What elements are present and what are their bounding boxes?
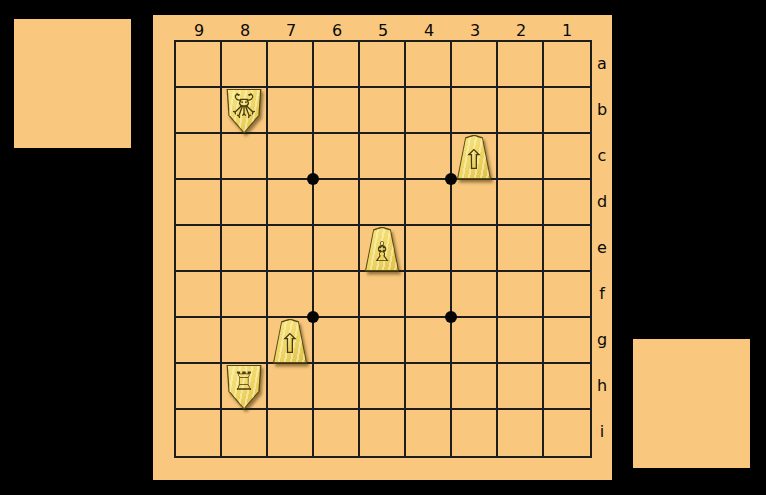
square-4b[interactable] xyxy=(406,88,452,134)
square-6f[interactable] xyxy=(314,272,360,318)
rank-label-e: e xyxy=(592,226,612,272)
square-4g[interactable] xyxy=(406,318,452,364)
shogi-board: 987654321 abcdefghi ⇧♗⇧♖ xyxy=(153,15,612,480)
square-2e[interactable] xyxy=(498,226,544,272)
shogi-diagram: 987654321 abcdefghi ⇧♗⇧♖ xyxy=(0,0,766,495)
rank-label-c: c xyxy=(592,134,612,180)
square-9c[interactable] xyxy=(176,134,222,180)
piece-bishop-5e[interactable]: ♗ xyxy=(363,227,401,272)
square-2b[interactable] xyxy=(498,88,544,134)
square-1e[interactable] xyxy=(544,226,590,272)
square-2f[interactable] xyxy=(498,272,544,318)
square-5g[interactable] xyxy=(360,318,406,364)
pawn-glyph: ⇧ xyxy=(455,135,493,180)
square-6h[interactable] xyxy=(314,364,360,410)
square-8i[interactable] xyxy=(222,410,268,456)
square-2d[interactable] xyxy=(498,180,544,226)
board-grid: ⇧♗⇧♖ xyxy=(174,40,592,458)
square-7b[interactable] xyxy=(268,88,314,134)
square-1c[interactable] xyxy=(544,134,590,180)
piece-pawn-7g[interactable]: ⇧ xyxy=(271,319,309,364)
square-9f[interactable] xyxy=(176,272,222,318)
rank-labels: abcdefghi xyxy=(592,42,612,456)
square-9g[interactable] xyxy=(176,318,222,364)
square-7d[interactable] xyxy=(268,180,314,226)
dragon-glyph xyxy=(225,89,263,134)
square-5f[interactable] xyxy=(360,272,406,318)
square-8e[interactable] xyxy=(222,226,268,272)
square-6e[interactable] xyxy=(314,226,360,272)
square-8g[interactable] xyxy=(222,318,268,364)
square-9i[interactable] xyxy=(176,410,222,456)
rank-label-d: d xyxy=(592,180,612,226)
square-3d[interactable] xyxy=(452,180,498,226)
bishop-glyph: ♗ xyxy=(363,227,401,272)
square-6g[interactable] xyxy=(314,318,360,364)
rank-label-g: g xyxy=(592,318,612,364)
square-3e[interactable] xyxy=(452,226,498,272)
rank-label-b: b xyxy=(592,88,612,134)
square-8f[interactable] xyxy=(222,272,268,318)
square-9b[interactable] xyxy=(176,88,222,134)
square-2i[interactable] xyxy=(498,410,544,456)
square-7h[interactable] xyxy=(268,364,314,410)
square-4a[interactable] xyxy=(406,42,452,88)
square-4d[interactable] xyxy=(406,180,452,226)
square-5a[interactable] xyxy=(360,42,406,88)
square-5c[interactable] xyxy=(360,134,406,180)
square-6a[interactable] xyxy=(314,42,360,88)
square-2h[interactable] xyxy=(498,364,544,410)
piece-pawn-3c[interactable]: ⇧ xyxy=(455,135,493,180)
square-4f[interactable] xyxy=(406,272,452,318)
square-9h[interactable] xyxy=(176,364,222,410)
square-3f[interactable] xyxy=(452,272,498,318)
square-9a[interactable] xyxy=(176,42,222,88)
square-5d[interactable] xyxy=(360,180,406,226)
square-4h[interactable] xyxy=(406,364,452,410)
square-6i[interactable] xyxy=(314,410,360,456)
square-3a[interactable] xyxy=(452,42,498,88)
rank-label-f: f xyxy=(592,272,612,318)
square-3b[interactable] xyxy=(452,88,498,134)
square-4e[interactable] xyxy=(406,226,452,272)
square-8a[interactable] xyxy=(222,42,268,88)
square-6b[interactable] xyxy=(314,88,360,134)
square-5b[interactable] xyxy=(360,88,406,134)
square-7e[interactable] xyxy=(268,226,314,272)
star-point xyxy=(307,173,319,185)
square-1f[interactable] xyxy=(544,272,590,318)
square-7c[interactable] xyxy=(268,134,314,180)
square-4c[interactable] xyxy=(406,134,452,180)
square-6d[interactable] xyxy=(314,180,360,226)
square-9d[interactable] xyxy=(176,180,222,226)
square-3g[interactable] xyxy=(452,318,498,364)
dragon-icon xyxy=(230,92,258,120)
rook-glyph: ♖ xyxy=(225,365,263,410)
square-5h[interactable] xyxy=(360,364,406,410)
square-4i[interactable] xyxy=(406,410,452,456)
komadai-bottom-right xyxy=(633,339,750,468)
square-9e[interactable] xyxy=(176,226,222,272)
square-1g[interactable] xyxy=(544,318,590,364)
square-7a[interactable] xyxy=(268,42,314,88)
square-2g[interactable] xyxy=(498,318,544,364)
square-7f[interactable] xyxy=(268,272,314,318)
square-1b[interactable] xyxy=(544,88,590,134)
square-3h[interactable] xyxy=(452,364,498,410)
square-1h[interactable] xyxy=(544,364,590,410)
square-3i[interactable] xyxy=(452,410,498,456)
square-2a[interactable] xyxy=(498,42,544,88)
rank-label-a: a xyxy=(592,42,612,88)
square-8c[interactable] xyxy=(222,134,268,180)
square-1d[interactable] xyxy=(544,180,590,226)
komadai-top-left xyxy=(14,19,131,148)
square-5i[interactable] xyxy=(360,410,406,456)
square-8d[interactable] xyxy=(222,180,268,226)
square-6c[interactable] xyxy=(314,134,360,180)
star-point xyxy=(445,311,457,323)
rank-label-h: h xyxy=(592,364,612,410)
square-1a[interactable] xyxy=(544,42,590,88)
square-1i[interactable] xyxy=(544,410,590,456)
piece-dragon-king-promoted-rook-8b[interactable] xyxy=(225,89,263,134)
square-2c[interactable] xyxy=(498,134,544,180)
pawn-glyph: ⇧ xyxy=(271,319,309,364)
rank-label-i: i xyxy=(592,410,612,456)
square-7i[interactable] xyxy=(268,410,314,456)
piece-rook-8h[interactable]: ♖ xyxy=(225,365,263,410)
